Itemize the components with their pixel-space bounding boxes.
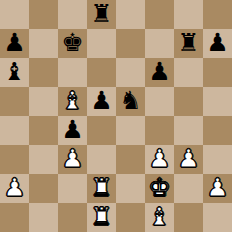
square-d5[interactable]: ♟ bbox=[87, 87, 116, 116]
piece-white-pawn: ♟ bbox=[177, 144, 199, 173]
square-f1[interactable]: ♝ bbox=[145, 203, 174, 232]
piece-black-pawn: ♟ bbox=[206, 28, 228, 57]
square-e8[interactable] bbox=[116, 0, 145, 29]
piece-white-pawn: ♟ bbox=[148, 144, 170, 173]
square-g4[interactable] bbox=[174, 116, 203, 145]
piece-black-pawn: ♟ bbox=[3, 28, 25, 57]
square-a4[interactable] bbox=[0, 116, 29, 145]
piece-black-pawn: ♟ bbox=[61, 115, 83, 144]
square-f5[interactable] bbox=[145, 87, 174, 116]
square-c6[interactable] bbox=[58, 58, 87, 87]
piece-white-bishop: ♝ bbox=[148, 202, 170, 231]
square-e4[interactable] bbox=[116, 116, 145, 145]
piece-black-rook: ♜ bbox=[177, 28, 199, 57]
square-f4[interactable] bbox=[145, 116, 174, 145]
square-c2[interactable] bbox=[58, 174, 87, 203]
square-g2[interactable] bbox=[174, 174, 203, 203]
square-f6[interactable]: ♟ bbox=[145, 58, 174, 87]
square-e6[interactable] bbox=[116, 58, 145, 87]
square-d3[interactable] bbox=[87, 145, 116, 174]
square-h7[interactable]: ♟ bbox=[203, 29, 232, 58]
piece-white-pawn: ♟ bbox=[61, 144, 83, 173]
square-b1[interactable] bbox=[29, 203, 58, 232]
square-e3[interactable] bbox=[116, 145, 145, 174]
square-g3[interactable]: ♟ bbox=[174, 145, 203, 174]
square-c4[interactable]: ♟ bbox=[58, 116, 87, 145]
square-d6[interactable] bbox=[87, 58, 116, 87]
piece-black-bishop: ♝ bbox=[3, 57, 25, 86]
square-d1[interactable]: ♜ bbox=[87, 203, 116, 232]
square-c1[interactable] bbox=[58, 203, 87, 232]
piece-white-pawn: ♟ bbox=[3, 173, 25, 202]
square-e1[interactable] bbox=[116, 203, 145, 232]
piece-black-rook: ♜ bbox=[90, 0, 112, 28]
square-g5[interactable] bbox=[174, 87, 203, 116]
piece-black-knight: ♞ bbox=[119, 86, 141, 115]
square-b3[interactable] bbox=[29, 145, 58, 174]
square-a2[interactable]: ♟ bbox=[0, 174, 29, 203]
piece-black-pawn: ♟ bbox=[90, 86, 112, 115]
square-h8[interactable] bbox=[203, 0, 232, 29]
square-a3[interactable] bbox=[0, 145, 29, 174]
square-b5[interactable] bbox=[29, 87, 58, 116]
square-a5[interactable] bbox=[0, 87, 29, 116]
square-c7[interactable]: ♚ bbox=[58, 29, 87, 58]
chess-board: ♜♟♚♜♟♝♟♝♟♞♟♟♟♟♟♜♚♟♜♝ bbox=[0, 0, 232, 232]
piece-white-rook: ♜ bbox=[90, 202, 112, 231]
square-f8[interactable] bbox=[145, 0, 174, 29]
square-c8[interactable] bbox=[58, 0, 87, 29]
square-b7[interactable] bbox=[29, 29, 58, 58]
square-f2[interactable]: ♚ bbox=[145, 174, 174, 203]
square-f3[interactable]: ♟ bbox=[145, 145, 174, 174]
square-f7[interactable] bbox=[145, 29, 174, 58]
square-d2[interactable]: ♜ bbox=[87, 174, 116, 203]
square-h4[interactable] bbox=[203, 116, 232, 145]
square-h6[interactable] bbox=[203, 58, 232, 87]
square-g8[interactable] bbox=[174, 0, 203, 29]
piece-white-king: ♚ bbox=[148, 173, 170, 202]
square-h3[interactable] bbox=[203, 145, 232, 174]
square-a6[interactable]: ♝ bbox=[0, 58, 29, 87]
square-e5[interactable]: ♞ bbox=[116, 87, 145, 116]
square-c3[interactable]: ♟ bbox=[58, 145, 87, 174]
square-b6[interactable] bbox=[29, 58, 58, 87]
piece-white-bishop: ♝ bbox=[61, 86, 83, 115]
square-a8[interactable] bbox=[0, 0, 29, 29]
square-e7[interactable] bbox=[116, 29, 145, 58]
square-b2[interactable] bbox=[29, 174, 58, 203]
square-h5[interactable] bbox=[203, 87, 232, 116]
square-d8[interactable]: ♜ bbox=[87, 0, 116, 29]
square-d4[interactable] bbox=[87, 116, 116, 145]
piece-black-pawn: ♟ bbox=[148, 57, 170, 86]
square-g1[interactable] bbox=[174, 203, 203, 232]
square-h2[interactable]: ♟ bbox=[203, 174, 232, 203]
square-g6[interactable] bbox=[174, 58, 203, 87]
square-e2[interactable] bbox=[116, 174, 145, 203]
piece-black-king: ♚ bbox=[61, 28, 83, 57]
square-b8[interactable] bbox=[29, 0, 58, 29]
piece-white-pawn: ♟ bbox=[206, 173, 228, 202]
square-g7[interactable]: ♜ bbox=[174, 29, 203, 58]
square-d7[interactable] bbox=[87, 29, 116, 58]
square-b4[interactable] bbox=[29, 116, 58, 145]
square-a7[interactable]: ♟ bbox=[0, 29, 29, 58]
square-c5[interactable]: ♝ bbox=[58, 87, 87, 116]
square-a1[interactable] bbox=[0, 203, 29, 232]
piece-white-rook: ♜ bbox=[90, 173, 112, 202]
square-h1[interactable] bbox=[203, 203, 232, 232]
